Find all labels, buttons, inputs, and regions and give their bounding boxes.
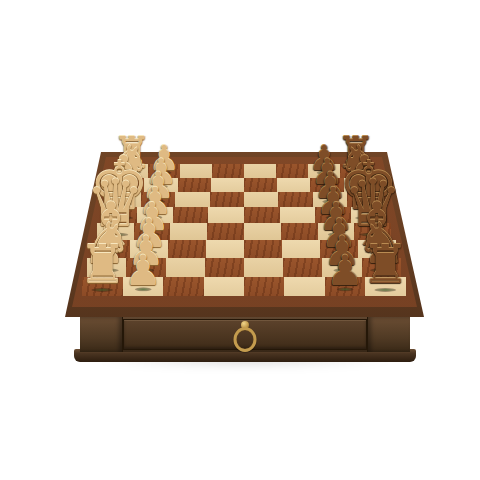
square-g6[interactable] xyxy=(277,178,310,192)
square-e4[interactable] xyxy=(208,207,244,223)
square-e6[interactable] xyxy=(280,207,316,223)
ring-pull-icon xyxy=(234,327,257,352)
square-f5[interactable] xyxy=(244,192,278,207)
square-b6[interactable] xyxy=(283,258,322,277)
chess-set-photo: ♜♞♝♛♚♝♞♜♟♟♟♟♟♟♟♟♟♟♟♟♟♟♟♟♜♞♝♛♚♝♞♜ xyxy=(0,0,480,480)
base-right-cap xyxy=(367,317,410,352)
pawn-glyph: ♟ xyxy=(326,250,363,292)
square-b3[interactable] xyxy=(166,258,205,277)
square-c5[interactable] xyxy=(244,240,282,258)
square-b5[interactable] xyxy=(244,258,283,277)
square-g4[interactable] xyxy=(211,178,244,192)
rook-glyph: ♜ xyxy=(362,239,410,292)
square-d4[interactable] xyxy=(207,223,244,240)
square-a4[interactable] xyxy=(204,277,244,297)
storage-chest-base xyxy=(80,317,410,352)
square-f4[interactable] xyxy=(210,192,244,207)
square-g5[interactable] xyxy=(244,178,277,192)
square-b4[interactable] xyxy=(205,258,244,277)
square-d5[interactable] xyxy=(244,223,281,240)
square-a6[interactable] xyxy=(284,277,324,297)
square-d6[interactable] xyxy=(281,223,318,240)
square-h5[interactable] xyxy=(244,164,276,178)
square-e3[interactable] xyxy=(173,207,209,223)
piece-black-pawn-a7[interactable]: ♟ xyxy=(326,250,363,292)
square-f3[interactable] xyxy=(175,192,209,207)
square-c4[interactable] xyxy=(206,240,244,258)
pawn-glyph: ♟ xyxy=(124,250,161,292)
rook-glyph: ♜ xyxy=(79,239,127,292)
piece-white-rook-a1[interactable]: ♜ xyxy=(79,239,127,292)
square-h4[interactable] xyxy=(212,164,244,178)
piece-black-rook-a8[interactable]: ♜ xyxy=(362,239,410,292)
piece-white-pawn-a2[interactable]: ♟ xyxy=(124,250,161,292)
square-c3[interactable] xyxy=(168,240,206,258)
square-h6[interactable] xyxy=(276,164,308,178)
square-a3[interactable] xyxy=(163,277,203,297)
base-left-cap xyxy=(80,317,123,352)
square-g3[interactable] xyxy=(178,178,211,192)
brass-ring-handle[interactable] xyxy=(234,321,256,349)
square-e5[interactable] xyxy=(244,207,280,223)
square-d3[interactable] xyxy=(170,223,207,240)
square-c6[interactable] xyxy=(282,240,320,258)
square-a5[interactable] xyxy=(244,277,284,297)
square-f6[interactable] xyxy=(278,192,312,207)
square-h3[interactable] xyxy=(180,164,212,178)
